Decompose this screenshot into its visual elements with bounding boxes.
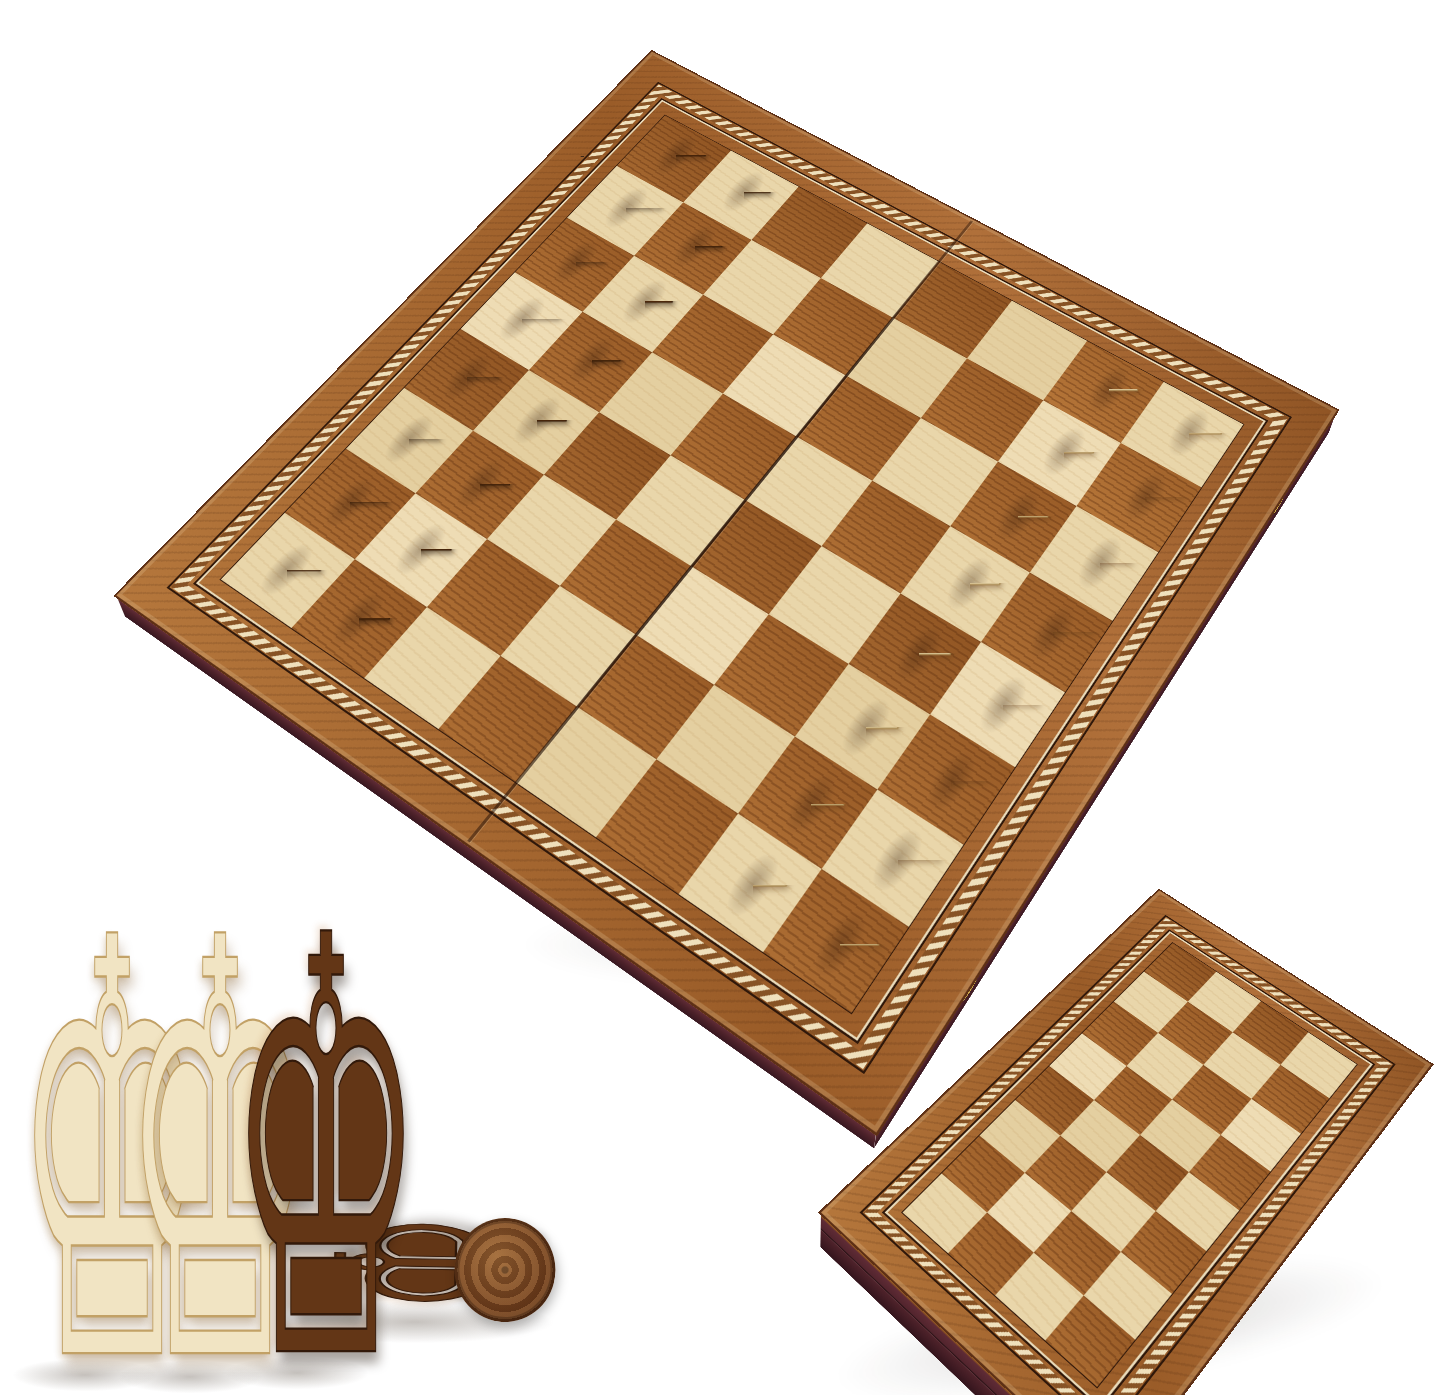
product-photo-stage: ♜♞♝♛♚♝♞♜♟♟♟♟♟♟♟♟♟♟♟♟♟♟♟♟♜♞♝♛♚♝♞♜ ♚ ♚ ♚ ♚ [0,0,1445,1395]
brass-clasp-icon [1189,1354,1212,1385]
brass-latch-icon [1382,1099,1405,1131]
closeup-black-king-standing: ♚ [227,922,365,1383]
piece-glyph: ♟ [265,542,452,625]
box-lid-checkerboard [901,942,1358,1389]
folded-chess-box [818,889,1434,1395]
folded-box-scene [720,840,1445,1395]
brass-clasp-icon [1272,492,1286,518]
pieces-closeup: ♚ ♚ ♚ ♚ [0,920,620,1395]
